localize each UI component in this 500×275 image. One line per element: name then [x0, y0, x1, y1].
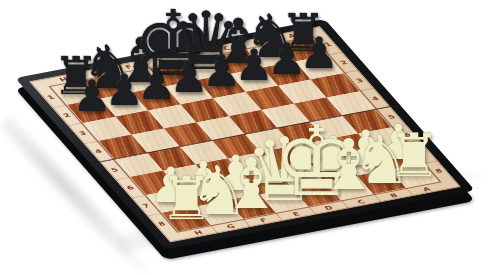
chess-set-photo: HGFEDCBA HGFEDCBA 12345678 12345678 ♜♞♝♚…	[0, 0, 500, 275]
piece-white-rook: ♜	[387, 126, 441, 186]
piece-black-pawn: ♟	[300, 32, 339, 75]
